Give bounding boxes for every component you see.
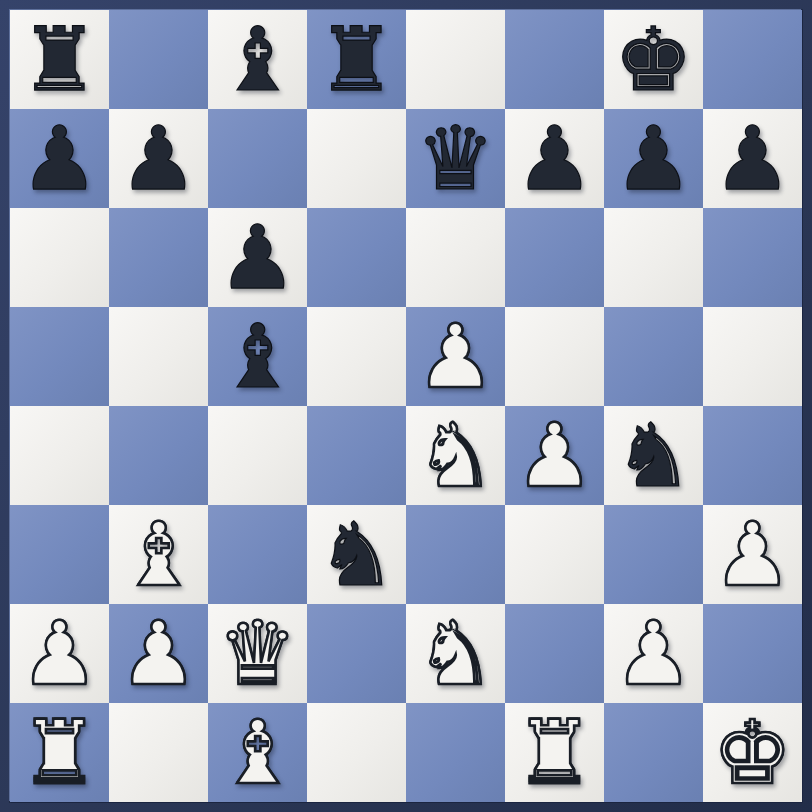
square-d4[interactable] — [307, 406, 406, 505]
square-f8[interactable] — [505, 10, 604, 109]
square-e1[interactable] — [406, 703, 505, 802]
square-b4[interactable] — [109, 406, 208, 505]
white-king[interactable]: ♚ — [703, 703, 802, 802]
square-a5[interactable] — [10, 307, 109, 406]
square-h6[interactable] — [703, 208, 802, 307]
square-d8[interactable]: ♜ — [307, 10, 406, 109]
square-h8[interactable] — [703, 10, 802, 109]
square-d1[interactable] — [307, 703, 406, 802]
square-d2[interactable] — [307, 604, 406, 703]
white-knight[interactable]: ♞ — [406, 406, 505, 505]
square-h7[interactable]: ♟ — [703, 109, 802, 208]
white-knight[interactable]: ♞ — [406, 604, 505, 703]
square-b1[interactable] — [109, 703, 208, 802]
square-c1[interactable]: ♝ — [208, 703, 307, 802]
black-rook[interactable]: ♜ — [10, 10, 109, 109]
square-b3[interactable]: ♝ — [109, 505, 208, 604]
square-a7[interactable]: ♟ — [10, 109, 109, 208]
square-g4[interactable]: ♞ — [604, 406, 703, 505]
black-pawn[interactable]: ♟ — [505, 109, 604, 208]
black-pawn[interactable]: ♟ — [703, 109, 802, 208]
square-g5[interactable] — [604, 307, 703, 406]
square-f6[interactable] — [505, 208, 604, 307]
square-a8[interactable]: ♜ — [10, 10, 109, 109]
square-e5[interactable]: ♟ — [406, 307, 505, 406]
square-b2[interactable]: ♟ — [109, 604, 208, 703]
white-pawn[interactable]: ♟ — [10, 604, 109, 703]
square-a1[interactable]: ♜ — [10, 703, 109, 802]
black-bishop[interactable]: ♝ — [208, 307, 307, 406]
white-queen[interactable]: ♛ — [208, 604, 307, 703]
square-h1[interactable]: ♚ — [703, 703, 802, 802]
chess-board: ♜♝♜♚♟♟♛♟♟♟♟♝♟♞♟♞♝♞♟♟♟♛♞♟♜♝♜♚ — [10, 10, 802, 802]
black-bishop[interactable]: ♝ — [208, 10, 307, 109]
square-d5[interactable] — [307, 307, 406, 406]
black-knight[interactable]: ♞ — [604, 406, 703, 505]
black-king[interactable]: ♚ — [604, 10, 703, 109]
square-f3[interactable] — [505, 505, 604, 604]
square-c8[interactable]: ♝ — [208, 10, 307, 109]
square-b7[interactable]: ♟ — [109, 109, 208, 208]
square-a2[interactable]: ♟ — [10, 604, 109, 703]
square-e7[interactable]: ♛ — [406, 109, 505, 208]
square-h2[interactable] — [703, 604, 802, 703]
square-f5[interactable] — [505, 307, 604, 406]
square-d3[interactable]: ♞ — [307, 505, 406, 604]
square-c5[interactable]: ♝ — [208, 307, 307, 406]
square-f4[interactable]: ♟ — [505, 406, 604, 505]
square-g3[interactable] — [604, 505, 703, 604]
white-pawn[interactable]: ♟ — [109, 604, 208, 703]
square-b5[interactable] — [109, 307, 208, 406]
square-h5[interactable] — [703, 307, 802, 406]
square-c3[interactable] — [208, 505, 307, 604]
white-rook[interactable]: ♜ — [505, 703, 604, 802]
square-g8[interactable]: ♚ — [604, 10, 703, 109]
white-rook[interactable]: ♜ — [10, 703, 109, 802]
square-a4[interactable] — [10, 406, 109, 505]
square-h3[interactable]: ♟ — [703, 505, 802, 604]
square-b8[interactable] — [109, 10, 208, 109]
square-c2[interactable]: ♛ — [208, 604, 307, 703]
square-e8[interactable] — [406, 10, 505, 109]
white-bishop[interactable]: ♝ — [208, 703, 307, 802]
board-frame: ♜♝♜♚♟♟♛♟♟♟♟♝♟♞♟♞♝♞♟♟♟♛♞♟♜♝♜♚ — [0, 0, 812, 812]
white-pawn[interactable]: ♟ — [604, 604, 703, 703]
black-rook[interactable]: ♜ — [307, 10, 406, 109]
square-b6[interactable] — [109, 208, 208, 307]
square-a6[interactable] — [10, 208, 109, 307]
square-a3[interactable] — [10, 505, 109, 604]
square-e6[interactable] — [406, 208, 505, 307]
square-d7[interactable] — [307, 109, 406, 208]
square-c6[interactable]: ♟ — [208, 208, 307, 307]
black-pawn[interactable]: ♟ — [208, 208, 307, 307]
square-f1[interactable]: ♜ — [505, 703, 604, 802]
square-e2[interactable]: ♞ — [406, 604, 505, 703]
black-pawn[interactable]: ♟ — [604, 109, 703, 208]
square-f2[interactable] — [505, 604, 604, 703]
square-e3[interactable] — [406, 505, 505, 604]
square-c4[interactable] — [208, 406, 307, 505]
square-e4[interactable]: ♞ — [406, 406, 505, 505]
square-g6[interactable] — [604, 208, 703, 307]
square-g2[interactable]: ♟ — [604, 604, 703, 703]
black-knight[interactable]: ♞ — [307, 505, 406, 604]
white-pawn[interactable]: ♟ — [406, 307, 505, 406]
square-g1[interactable] — [604, 703, 703, 802]
square-d6[interactable] — [307, 208, 406, 307]
square-c7[interactable] — [208, 109, 307, 208]
black-queen[interactable]: ♛ — [406, 109, 505, 208]
black-pawn[interactable]: ♟ — [109, 109, 208, 208]
white-pawn[interactable]: ♟ — [505, 406, 604, 505]
square-g7[interactable]: ♟ — [604, 109, 703, 208]
square-f7[interactable]: ♟ — [505, 109, 604, 208]
white-pawn[interactable]: ♟ — [703, 505, 802, 604]
white-bishop[interactable]: ♝ — [109, 505, 208, 604]
square-h4[interactable] — [703, 406, 802, 505]
black-pawn[interactable]: ♟ — [10, 109, 109, 208]
